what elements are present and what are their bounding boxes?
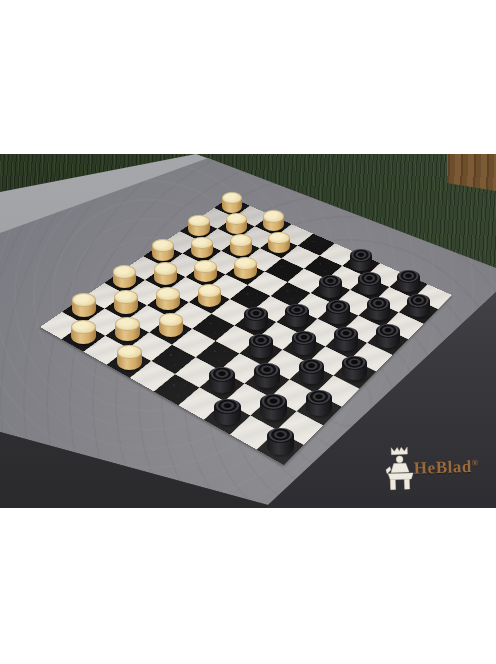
dark-piece[interactable]	[334, 327, 358, 351]
light-piece[interactable]	[191, 237, 213, 259]
light-piece[interactable]	[159, 313, 183, 337]
dark-piece[interactable]	[367, 297, 391, 321]
brand-watermark: HeBlad®	[383, 440, 495, 500]
dark-piece[interactable]	[267, 428, 294, 455]
light-piece[interactable]	[234, 257, 257, 280]
outdoor-photo: HeBlad®	[0, 154, 496, 508]
light-piece[interactable]	[226, 213, 247, 234]
dark-piece[interactable]	[342, 356, 367, 381]
dark-piece[interactable]	[292, 331, 317, 356]
bottom-white-margin	[0, 508, 496, 664]
dark-piece[interactable]	[326, 300, 350, 324]
dark-piece[interactable]	[249, 334, 274, 359]
light-piece[interactable]	[115, 317, 140, 342]
light-piece[interactable]	[72, 293, 96, 317]
dark-piece[interactable]	[244, 307, 268, 331]
dark-piece[interactable]	[358, 272, 381, 295]
top-white-margin	[0, 0, 496, 154]
light-piece[interactable]	[194, 260, 217, 283]
dark-piece[interactable]	[319, 275, 342, 298]
light-piece[interactable]	[117, 345, 142, 370]
dark-piece[interactable]	[260, 394, 287, 421]
dark-piece[interactable]	[397, 270, 420, 293]
light-piece[interactable]	[154, 262, 177, 285]
light-piece[interactable]	[152, 239, 174, 261]
dark-piece[interactable]	[209, 367, 235, 393]
light-piece[interactable]	[114, 290, 138, 314]
light-piece[interactable]	[230, 234, 252, 256]
dark-piece[interactable]	[407, 294, 430, 317]
dark-piece[interactable]	[376, 324, 400, 348]
light-piece[interactable]	[263, 210, 284, 231]
dark-piece[interactable]	[306, 390, 332, 416]
light-piece[interactable]	[222, 192, 243, 213]
light-piece[interactable]	[113, 265, 136, 288]
light-piece[interactable]	[188, 215, 210, 237]
dark-piece[interactable]	[254, 363, 280, 389]
light-piece[interactable]	[198, 284, 221, 307]
dark-piece[interactable]	[214, 399, 241, 426]
registered-mark: ®	[471, 458, 479, 468]
light-piece[interactable]	[156, 287, 180, 311]
dark-piece[interactable]	[350, 249, 372, 271]
heraldic-crest-icon	[383, 445, 417, 496]
product-photo-page: HeBlad®	[0, 0, 496, 664]
dark-piece[interactable]	[299, 359, 324, 384]
light-piece[interactable]	[268, 232, 290, 254]
light-piece[interactable]	[71, 320, 96, 345]
brand-text: HeBlad®	[414, 457, 480, 479]
dark-piece[interactable]	[285, 304, 309, 328]
